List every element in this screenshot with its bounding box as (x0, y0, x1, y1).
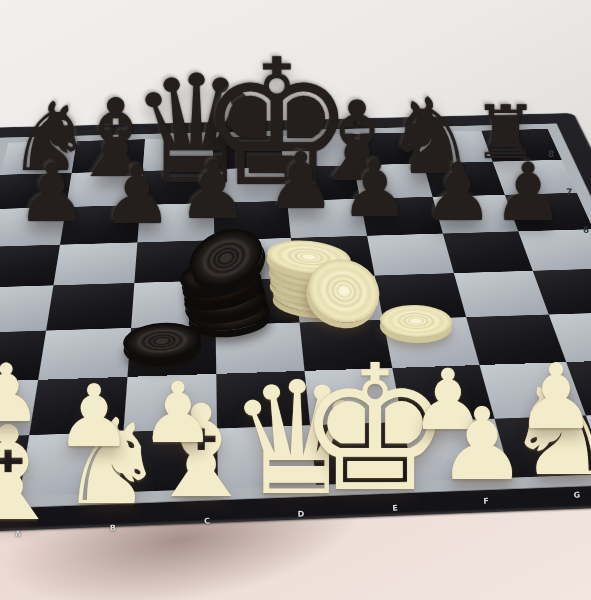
file-label-f: F (483, 496, 489, 505)
chess-set-photo: ♞♝♛♚♝♞♜♟♟♟♟♟♟♟♝♞♝♛♚♞♟♟♟♟♟♟ ABCDEFG876 (0, 0, 591, 600)
rank-label-8: 8 (548, 149, 555, 159)
labels-layer: ABCDEFG876 (0, 0, 591, 600)
file-label-e: E (392, 503, 398, 512)
file-label-b: B (110, 523, 117, 532)
rank-label-6: 6 (583, 225, 590, 235)
file-label-d: D (297, 509, 304, 518)
rank-label-7: 7 (566, 187, 573, 197)
file-label-g: G (573, 490, 580, 499)
file-label-a: A (15, 529, 22, 538)
file-label-c: C (204, 516, 210, 525)
